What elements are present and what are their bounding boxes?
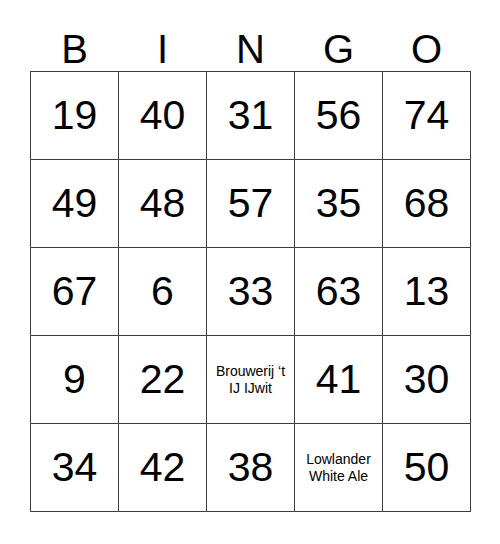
bingo-header: BINGO — [31, 0, 470, 71]
header-letter-i: I — [157, 29, 168, 69]
cell-r3c5[interactable]: 13 — [383, 248, 470, 335]
cell-r1c4[interactable]: 56 — [295, 72, 382, 159]
cell-r4c3[interactable]: Brouwerij ‘t IJ IJwit — [207, 336, 294, 423]
cell-r3c3[interactable]: 33 — [207, 248, 294, 335]
cell-r3c2[interactable]: 6 — [119, 248, 206, 335]
cell-r4c4[interactable]: 41 — [295, 336, 382, 423]
cell-r5c2[interactable]: 42 — [119, 424, 206, 511]
cell-r1c5[interactable]: 74 — [383, 72, 470, 159]
header-letter-b: B — [61, 29, 88, 69]
cell-r5c1[interactable]: 34 — [31, 424, 118, 511]
cell-r2c4[interactable]: 35 — [295, 160, 382, 247]
cell-r1c3[interactable]: 31 — [207, 72, 294, 159]
header-letter-n: N — [236, 29, 265, 69]
cell-r4c1[interactable]: 9 — [31, 336, 118, 423]
cell-r5c3[interactable]: 38 — [207, 424, 294, 511]
bingo-card: BINGO 19403156744948573568676336313922Br… — [0, 0, 500, 544]
cell-r2c5[interactable]: 68 — [383, 160, 470, 247]
cell-r1c1[interactable]: 19 — [31, 72, 118, 159]
cell-r5c5[interactable]: 50 — [383, 424, 470, 511]
cell-r3c1[interactable]: 67 — [31, 248, 118, 335]
header-letter-g: G — [323, 29, 354, 69]
cell-r4c2[interactable]: 22 — [119, 336, 206, 423]
cell-r3c4[interactable]: 63 — [295, 248, 382, 335]
header-letter-o: O — [411, 29, 442, 69]
cell-r1c2[interactable]: 40 — [119, 72, 206, 159]
cell-r2c2[interactable]: 48 — [119, 160, 206, 247]
bingo-grid: 19403156744948573568676336313922Brouweri… — [30, 71, 471, 512]
cell-r5c4[interactable]: Lowlander White Ale — [295, 424, 382, 511]
cell-r4c5[interactable]: 30 — [383, 336, 470, 423]
cell-r2c1[interactable]: 49 — [31, 160, 118, 247]
cell-r2c3[interactable]: 57 — [207, 160, 294, 247]
